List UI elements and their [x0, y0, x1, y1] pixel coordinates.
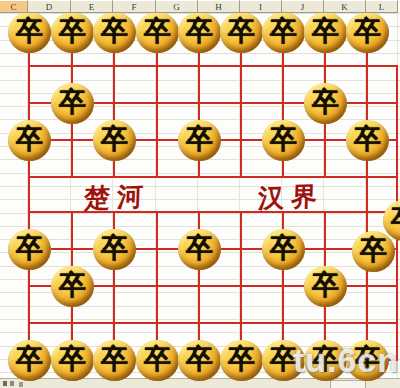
- piece-soldier[interactable]: 卒: [220, 12, 263, 53]
- column-header-I[interactable]: I: [240, 0, 282, 13]
- piece-soldier[interactable]: 卒: [51, 266, 94, 307]
- sheet-row-line: [0, 319, 400, 320]
- piece-glyph: 卒: [101, 346, 128, 375]
- spreadsheet-column-headers: CDEFGHIJKL: [0, 0, 400, 13]
- board-line: [156, 211, 158, 361]
- piece-glyph: 卒: [59, 18, 86, 47]
- status-marks: [3, 381, 7, 386]
- column-header-H[interactable]: H: [198, 0, 240, 13]
- piece-glyph: 卒: [312, 89, 339, 118]
- piece-soldier[interactable]: 卒: [93, 12, 136, 53]
- piece-soldier[interactable]: 卒: [262, 229, 305, 270]
- piece-soldier[interactable]: 卒: [304, 266, 347, 307]
- piece-glyph: 卒: [186, 346, 213, 375]
- piece-soldier[interactable]: 卒: [93, 340, 136, 381]
- sheet-row-line: [0, 226, 400, 227]
- xiangqi-board-screenshot: CDEFGHIJKL 楚河 汉界 卒卒卒卒卒卒卒卒卒卒卒卒卒卒卒卒卒卒卒卒卒卒卒…: [0, 0, 400, 388]
- board-line: [240, 211, 242, 361]
- river-label-han-jie: 汉界: [257, 179, 324, 216]
- piece-glyph: 卒: [101, 126, 128, 155]
- sheet-row-line: [0, 213, 400, 214]
- sheet-row-line: [0, 80, 400, 81]
- piece-glyph: 卒: [312, 272, 339, 301]
- board-line: [28, 65, 398, 67]
- piece-soldier[interactable]: 卒: [304, 12, 347, 53]
- piece-soldier[interactable]: 卒: [178, 120, 221, 161]
- piece-glyph: 卒: [16, 126, 43, 155]
- piece-soldier[interactable]: 卒: [178, 12, 221, 53]
- column-header-J[interactable]: J: [282, 0, 324, 13]
- piece-glyph: 卒: [144, 346, 171, 375]
- piece-soldier[interactable]: 卒: [8, 120, 51, 161]
- watermark: tu.6cn: [293, 341, 399, 380]
- piece-glyph: 卒: [360, 237, 387, 266]
- piece-soldier[interactable]: 卒: [93, 120, 136, 161]
- piece-glyph: 卒: [59, 89, 86, 118]
- piece-glyph: 卒: [270, 235, 297, 264]
- piece-soldier[interactable]: 卒: [8, 229, 51, 270]
- board-line: [28, 31, 30, 361]
- sheet-row-line: [0, 199, 400, 200]
- piece-soldier[interactable]: 卒: [93, 229, 136, 270]
- sheet-row-line: [0, 332, 400, 333]
- piece-soldier[interactable]: 卒: [304, 83, 347, 124]
- board-line: [28, 322, 398, 324]
- board-line: [28, 176, 398, 178]
- piece-glyph: 卒: [101, 18, 128, 47]
- piece-glyph: 卒: [270, 18, 297, 47]
- piece-soldier[interactable]: 卒: [8, 340, 51, 381]
- board-line: [366, 31, 368, 361]
- piece-soldier[interactable]: 卒: [136, 12, 179, 53]
- column-header-F[interactable]: F: [113, 0, 156, 13]
- piece-glyph: 卒: [59, 346, 86, 375]
- piece-glyph: 卒: [270, 126, 297, 155]
- piece-soldier[interactable]: 卒: [51, 12, 94, 53]
- piece-glyph: 卒: [16, 346, 43, 375]
- sheet-row-line: [0, 306, 400, 307]
- piece-glyph: 卒: [59, 272, 86, 301]
- piece-glyph: 卒: [186, 235, 213, 264]
- piece-soldier[interactable]: 卒: [8, 12, 51, 53]
- piece-glyph: 卒: [16, 235, 43, 264]
- river-label-chu-he: 楚河: [83, 179, 150, 216]
- scrollbar-thumb[interactable]: [330, 380, 366, 388]
- piece-soldier[interactable]: 卒: [178, 229, 221, 270]
- piece-glyph: 卒: [354, 18, 381, 47]
- sheet-row-line: [0, 53, 400, 54]
- column-header-K[interactable]: K: [324, 0, 366, 13]
- column-header-C[interactable]: C: [0, 0, 28, 13]
- piece-glyph: 卒: [186, 126, 213, 155]
- piece-soldier[interactable]: 卒: [51, 83, 94, 124]
- piece-glyph: 卒: [144, 18, 171, 47]
- piece-glyph: 卒: [186, 18, 213, 47]
- piece-glyph: 卒: [228, 18, 255, 47]
- piece-glyph: 卒: [312, 18, 339, 47]
- column-header-E[interactable]: E: [71, 0, 113, 13]
- piece-glyph: 卒: [391, 206, 400, 235]
- sheet-row-line: [0, 173, 400, 174]
- piece-glyph: 卒: [354, 126, 381, 155]
- piece-glyph: 卒: [228, 346, 255, 375]
- piece-soldier[interactable]: 卒: [220, 340, 263, 381]
- piece-soldier[interactable]: 卒: [51, 340, 94, 381]
- column-header-D[interactable]: D: [28, 0, 71, 13]
- piece-soldier[interactable]: 卒: [136, 340, 179, 381]
- piece-soldier[interactable]: 卒: [262, 12, 305, 53]
- column-header-L[interactable]: L: [366, 0, 398, 13]
- sheet-row-line: [0, 186, 400, 187]
- piece-soldier[interactable]: 卒: [262, 120, 305, 161]
- column-header-G[interactable]: G: [156, 0, 198, 13]
- piece-soldier[interactable]: 卒: [346, 120, 389, 161]
- piece-soldier[interactable]: 卒: [346, 12, 389, 53]
- piece-soldier[interactable]: 卒: [352, 231, 395, 272]
- piece-soldier[interactable]: 卒: [178, 340, 221, 381]
- piece-glyph: 卒: [101, 235, 128, 264]
- piece-glyph: 卒: [16, 18, 43, 47]
